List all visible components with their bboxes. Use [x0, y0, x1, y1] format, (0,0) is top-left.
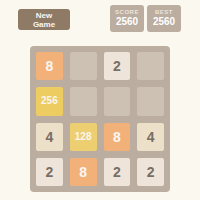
tile-4: 4 — [137, 123, 164, 151]
tile-8: 8 — [104, 123, 131, 151]
best-value: 2560 — [153, 16, 175, 28]
header: New Game SCORE 2560 BEST 2560 — [0, 0, 200, 40]
tile-8: 8 — [70, 158, 97, 186]
tile-8: 8 — [36, 52, 63, 80]
empty-cell — [137, 87, 164, 115]
score-panel: SCORE 2560 BEST 2560 — [110, 5, 181, 32]
tile-128: 128 — [70, 123, 97, 151]
empty-cell — [70, 87, 97, 115]
best-label: BEST — [155, 9, 173, 17]
best-box: BEST 2560 — [147, 5, 181, 32]
tile-2: 2 — [104, 158, 131, 186]
tile-2: 2 — [104, 52, 131, 80]
empty-cell — [70, 52, 97, 80]
tile-2: 2 — [137, 158, 164, 186]
score-label: SCORE — [115, 9, 139, 17]
empty-cell — [137, 52, 164, 80]
tile-256: 256 — [36, 87, 63, 115]
new-game-button[interactable]: New Game — [18, 9, 70, 30]
tile-4: 4 — [36, 123, 63, 151]
board[interactable]: 822564128842822 — [30, 46, 170, 192]
score-value: 2560 — [116, 16, 138, 28]
tile-2: 2 — [36, 158, 63, 186]
score-box: SCORE 2560 — [110, 5, 144, 32]
empty-cell — [104, 87, 131, 115]
